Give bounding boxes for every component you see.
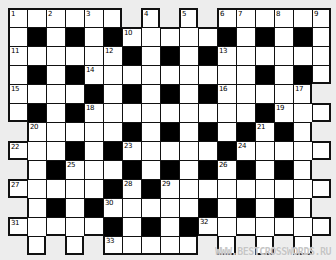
clue-number: 25	[67, 161, 75, 169]
grid-cell[interactable]	[8, 103, 27, 122]
grid-cell[interactable]: 30	[103, 198, 122, 217]
grid-cell[interactable]	[312, 27, 331, 46]
grid-cell[interactable]	[122, 65, 141, 84]
block-cell	[236, 122, 255, 141]
grid-cell[interactable]	[255, 179, 274, 198]
grid-cell[interactable]	[198, 27, 217, 46]
block-cell	[27, 65, 46, 84]
grid-cell[interactable]	[84, 27, 103, 46]
grid-cell[interactable]: 9	[312, 8, 331, 27]
block-cell	[293, 27, 312, 46]
block-cell	[179, 217, 198, 236]
grid-cell[interactable]	[65, 179, 84, 198]
grid-cell[interactable]	[274, 217, 293, 236]
grid-cell[interactable]	[274, 46, 293, 65]
block-cell	[103, 141, 122, 160]
grid-cell[interactable]	[84, 160, 103, 179]
grid-cell[interactable]: 5	[179, 8, 198, 27]
block-cell	[274, 198, 293, 217]
grid-cell[interactable]	[236, 46, 255, 65]
grid-cell[interactable]	[179, 141, 198, 160]
clue-number: 6	[220, 10, 224, 18]
grid-cell[interactable]	[255, 46, 274, 65]
clue-number: 29	[162, 180, 170, 188]
grid-cell[interactable]	[217, 217, 236, 236]
grid-cell[interactable]	[274, 179, 293, 198]
grid-cell[interactable]	[141, 198, 160, 217]
grid-cell[interactable]	[217, 122, 236, 141]
clue-number: 13	[219, 47, 227, 55]
grid-cell[interactable]	[65, 8, 84, 27]
grid-cell[interactable]	[293, 141, 312, 160]
grid-cell[interactable]	[103, 8, 122, 27]
block-cell	[65, 65, 84, 84]
grid-cell[interactable]	[27, 198, 46, 217]
grid-cell[interactable]	[255, 217, 274, 236]
grid-cell[interactable]	[217, 236, 236, 255]
grid-cell[interactable]	[179, 236, 198, 255]
grid-cell[interactable]	[198, 103, 217, 122]
block-cell	[122, 160, 141, 179]
grid-cell[interactable]: 7	[236, 8, 255, 27]
block-cell	[255, 65, 274, 84]
block-cell	[103, 179, 122, 198]
grid-cell[interactable]	[160, 65, 179, 84]
grid-cell[interactable]: 16	[217, 84, 236, 103]
grid-cell[interactable]: 26	[217, 160, 236, 179]
grid-cell[interactable]	[46, 46, 65, 65]
grid-cell[interactable]	[141, 65, 160, 84]
grid-cell[interactable]	[293, 103, 312, 122]
block-cell	[65, 141, 84, 160]
grid-cell[interactable]	[255, 141, 274, 160]
grid-cell[interactable]	[179, 65, 198, 84]
grid-cell[interactable]: 19	[274, 103, 293, 122]
grid-cell[interactable]	[160, 103, 179, 122]
grid-cell[interactable]	[217, 65, 236, 84]
block-cell	[27, 27, 46, 46]
clue-number: 5	[182, 10, 186, 18]
clue-number: 14	[86, 66, 94, 74]
grid-cell[interactable]	[27, 46, 46, 65]
grid-cell[interactable]	[255, 8, 274, 27]
grid-cell[interactable]	[122, 236, 141, 255]
grid-cell[interactable]	[84, 217, 103, 236]
grid-cell[interactable]	[46, 27, 65, 46]
block-cell	[217, 141, 236, 160]
grid-cell[interactable]	[274, 65, 293, 84]
block-cell	[255, 103, 274, 122]
grid-cell[interactable]	[312, 179, 331, 198]
grid-cell[interactable]: 14	[84, 65, 103, 84]
grid-cell[interactable]	[84, 179, 103, 198]
block-cell	[255, 27, 274, 46]
grid-cell[interactable]	[27, 8, 46, 27]
grid-cell[interactable]	[27, 160, 46, 179]
grid-cell[interactable]	[8, 65, 27, 84]
grid-cell[interactable]: 3	[84, 8, 103, 27]
block-cell	[122, 46, 141, 65]
grid-cell[interactable]: 18	[84, 103, 103, 122]
grid-cell[interactable]	[27, 84, 46, 103]
grid-cell[interactable]	[65, 122, 84, 141]
grid-cell[interactable]	[179, 103, 198, 122]
grid-cell[interactable]	[141, 84, 160, 103]
grid-cell[interactable]	[179, 46, 198, 65]
clue-number: 16	[219, 85, 227, 93]
grid-cell[interactable]: 31	[8, 217, 27, 236]
clue-number: 3	[86, 10, 90, 18]
block-cell	[198, 84, 217, 103]
grid-cell[interactable]	[46, 65, 65, 84]
grid-cell[interactable]	[141, 122, 160, 141]
grid-cell[interactable]	[198, 65, 217, 84]
grid-cell[interactable]	[293, 217, 312, 236]
grid-cell[interactable]	[293, 198, 312, 217]
grid-cell[interactable]	[160, 217, 179, 236]
clue-number: 10	[124, 29, 132, 37]
grid-cell[interactable]	[179, 122, 198, 141]
grid-cell[interactable]	[236, 179, 255, 198]
grid-cell[interactable]: 27	[8, 179, 27, 198]
clue-number: 27	[11, 181, 19, 189]
block-cell	[198, 198, 217, 217]
clue-number: 21	[257, 123, 265, 131]
block-cell	[217, 27, 236, 46]
block-cell	[274, 122, 293, 141]
grid-cell[interactable]	[274, 141, 293, 160]
block-cell	[160, 46, 179, 65]
block-cell	[198, 122, 217, 141]
grid-cell[interactable]: 23	[122, 141, 141, 160]
grid-cell[interactable]	[27, 141, 46, 160]
clue-number: 18	[86, 104, 94, 112]
grid-cell[interactable]	[179, 160, 198, 179]
clue-number: 17	[295, 85, 303, 93]
grid-cell[interactable]	[236, 103, 255, 122]
grid-cell[interactable]: 4	[141, 8, 160, 27]
grid-cell[interactable]	[217, 179, 236, 198]
grid-cell[interactable]: 17	[293, 84, 312, 103]
grid-cell[interactable]: 20	[27, 122, 46, 141]
clue-number: 26	[219, 161, 227, 169]
grid-cell[interactable]	[293, 46, 312, 65]
grid-cell[interactable]	[255, 236, 274, 255]
grid-cell[interactable]	[160, 236, 179, 255]
grid-cell[interactable]	[236, 217, 255, 236]
block-cell	[103, 27, 122, 46]
block-cell	[46, 198, 65, 217]
clue-number: 4	[144, 10, 148, 18]
grid-cell[interactable]: 8	[274, 8, 293, 27]
grid-cell[interactable]: 15	[8, 84, 27, 103]
grid-cell[interactable]	[141, 141, 160, 160]
clue-number: 15	[11, 85, 19, 93]
grid-cell[interactable]	[122, 103, 141, 122]
grid-cell[interactable]	[141, 46, 160, 65]
block-cell	[103, 217, 122, 236]
grid-cell[interactable]	[103, 84, 122, 103]
grid-cell[interactable]: 1	[8, 8, 27, 27]
block-cell	[141, 179, 160, 198]
grid-cell[interactable]: 28	[122, 179, 141, 198]
crossword-board: 1234567891011121314151617181920212223242…	[0, 0, 336, 260]
clue-number: 19	[276, 104, 284, 112]
clue-number: 7	[238, 10, 242, 18]
block-cell	[160, 160, 179, 179]
grid-cell[interactable]	[179, 198, 198, 217]
grid-cell[interactable]	[103, 103, 122, 122]
clue-number: 1	[11, 10, 15, 18]
grid-cell[interactable]	[141, 160, 160, 179]
block-cell	[236, 160, 255, 179]
grid-cell[interactable]	[27, 217, 46, 236]
grid-cell[interactable]	[217, 198, 236, 217]
grid-cell[interactable]	[8, 27, 27, 46]
clue-number: 28	[124, 180, 132, 188]
grid-cell[interactable]	[274, 27, 293, 46]
grid-cell[interactable]	[255, 160, 274, 179]
grid-cell[interactable]	[217, 103, 236, 122]
clue-number: 8	[276, 10, 280, 18]
grid-cell[interactable]	[65, 198, 84, 217]
grid-cell[interactable]	[179, 27, 198, 46]
grid-cell[interactable]: 25	[65, 160, 84, 179]
grid-cell[interactable]	[198, 141, 217, 160]
block-cell	[198, 46, 217, 65]
grid-cell[interactable]	[65, 236, 84, 255]
grid-cell[interactable]: 21	[255, 122, 274, 141]
grid-cell[interactable]: 12	[103, 46, 122, 65]
block-cell	[122, 84, 141, 103]
grid-cell[interactable]	[293, 122, 312, 141]
clue-number: 20	[30, 123, 38, 131]
clue-number: 12	[105, 47, 113, 55]
grid-cell[interactable]	[236, 65, 255, 84]
grid-cell[interactable]	[293, 236, 312, 255]
grid-cell[interactable]: 10	[122, 27, 141, 46]
grid-cell[interactable]	[236, 84, 255, 103]
grid-cell[interactable]	[312, 65, 331, 84]
grid-cell[interactable]: 6	[217, 8, 236, 27]
block-cell	[141, 217, 160, 236]
grid-cell[interactable]	[179, 84, 198, 103]
grid-cell[interactable]	[46, 84, 65, 103]
grid-cell[interactable]	[274, 84, 293, 103]
grid-cell[interactable]	[65, 84, 84, 103]
grid-cell[interactable]	[141, 27, 160, 46]
grid-cell[interactable]	[84, 46, 103, 65]
grid-cell[interactable]: 22	[8, 141, 27, 160]
grid-cell[interactable]	[103, 65, 122, 84]
grid-cell[interactable]	[103, 122, 122, 141]
grid-cell[interactable]	[255, 198, 274, 217]
grid-cell[interactable]	[312, 103, 331, 122]
grid-cell[interactable]	[293, 179, 312, 198]
grid-cell[interactable]	[84, 122, 103, 141]
grid-cell[interactable]: 33	[103, 236, 122, 255]
grid-cell[interactable]: 2	[46, 8, 65, 27]
clue-number: 33	[106, 237, 114, 245]
grid-cell[interactable]	[236, 27, 255, 46]
grid-cell[interactable]	[122, 198, 141, 217]
block-cell	[84, 198, 103, 217]
grid-cell[interactable]	[255, 84, 274, 103]
block-cell	[46, 160, 65, 179]
block-cell	[122, 122, 141, 141]
grid-cell[interactable]	[46, 179, 65, 198]
grid-cell[interactable]	[179, 179, 198, 198]
grid-cell[interactable]	[84, 141, 103, 160]
grid-cell[interactable]	[46, 141, 65, 160]
clue-number: 31	[11, 219, 19, 227]
block-cell	[65, 27, 84, 46]
block-cell	[65, 103, 84, 122]
grid-cell[interactable]	[160, 141, 179, 160]
grid-cell[interactable]	[65, 217, 84, 236]
grid-cell[interactable]	[122, 217, 141, 236]
grid-cell[interactable]	[293, 160, 312, 179]
grid-cell[interactable]	[312, 217, 331, 236]
block-cell	[27, 103, 46, 122]
grid-cell[interactable]	[293, 8, 312, 27]
grid-cell[interactable]	[46, 217, 65, 236]
grid-cell[interactable]	[46, 122, 65, 141]
grid-cell[interactable]: 32	[198, 217, 217, 236]
clue-number: 22	[11, 143, 19, 151]
block-cell	[160, 84, 179, 103]
clue-number: 30	[105, 199, 113, 207]
block-cell	[198, 160, 217, 179]
grid-cell[interactable]	[141, 103, 160, 122]
grid-cell[interactable]	[27, 236, 46, 255]
grid-cell[interactable]	[160, 198, 179, 217]
clue-number: 11	[11, 47, 19, 55]
clue-number: 9	[314, 10, 318, 18]
block-cell	[84, 84, 103, 103]
grid-cell[interactable]	[46, 103, 65, 122]
grid-cell[interactable]	[312, 46, 331, 65]
block-cell	[293, 65, 312, 84]
grid-cell[interactable]	[198, 179, 217, 198]
grid-cell[interactable]: 24	[236, 141, 255, 160]
grid-cell[interactable]	[160, 27, 179, 46]
clue-number: 23	[124, 142, 132, 150]
grid-cell[interactable]	[141, 236, 160, 255]
block-cell	[160, 122, 179, 141]
grid-cell[interactable]	[312, 141, 331, 160]
grid-cell[interactable]	[27, 179, 46, 198]
grid-cell[interactable]: 11	[8, 46, 27, 65]
grid-cell[interactable]	[103, 160, 122, 179]
clue-number: 32	[200, 218, 208, 226]
grid-cell[interactable]	[65, 46, 84, 65]
clue-number: 24	[238, 142, 246, 150]
grid-cell[interactable]: 29	[160, 179, 179, 198]
clue-number: 2	[48, 10, 52, 18]
grid-cell[interactable]: 13	[217, 46, 236, 65]
block-cell	[236, 198, 255, 217]
block-cell	[274, 160, 293, 179]
